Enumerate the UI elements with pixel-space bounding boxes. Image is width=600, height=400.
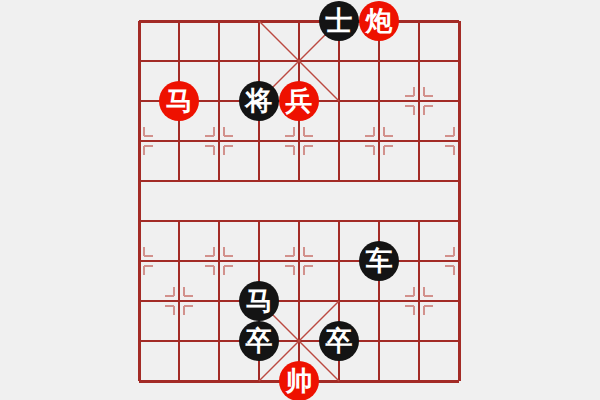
intersection-2-9[interactable]: [199, 361, 239, 400]
piece-red-cannon[interactable]: 炮: [359, 1, 399, 41]
piece-red-horse[interactable]: 马: [159, 81, 199, 121]
intersection-5-7[interactable]: [319, 281, 359, 321]
intersection-0-7[interactable]: [119, 281, 159, 321]
intersection-5-5[interactable]: [319, 201, 359, 241]
piece-black-advisor[interactable]: 士: [319, 1, 359, 41]
intersection-3-3[interactable]: [239, 121, 279, 161]
piece-black-soldier[interactable]: 卒: [319, 321, 359, 361]
intersection-2-6[interactable]: [199, 241, 239, 281]
intersection-6-5[interactable]: [359, 201, 399, 241]
intersection-1-7[interactable]: [159, 281, 199, 321]
intersection-7-6[interactable]: [399, 241, 439, 281]
intersection-0-2[interactable]: [119, 81, 159, 121]
intersection-2-8[interactable]: [199, 321, 239, 361]
intersection-8-0[interactable]: [439, 1, 479, 41]
intersection-1-4[interactable]: [159, 161, 199, 201]
piece-red-general[interactable]: 帅: [279, 361, 319, 400]
intersection-2-7[interactable]: [199, 281, 239, 321]
intersection-7-7[interactable]: [399, 281, 439, 321]
intersection-7-4[interactable]: [399, 161, 439, 201]
intersection-5-3[interactable]: [319, 121, 359, 161]
piece-black-soldier[interactable]: 卒: [239, 321, 279, 361]
intersection-6-3[interactable]: [359, 121, 399, 161]
intersection-1-0[interactable]: [159, 1, 199, 41]
intersection-8-3[interactable]: [439, 121, 479, 161]
intersection-1-9[interactable]: [159, 361, 199, 400]
intersection-4-3[interactable]: [279, 121, 319, 161]
intersection-6-4[interactable]: [359, 161, 399, 201]
intersection-7-1[interactable]: [399, 41, 439, 81]
piece-red-soldier[interactable]: 兵: [279, 81, 319, 121]
intersection-0-9[interactable]: [119, 361, 159, 400]
intersection-6-8[interactable]: [359, 321, 399, 361]
intersection-8-6[interactable]: [439, 241, 479, 281]
intersection-0-1[interactable]: [119, 41, 159, 81]
intersection-3-5[interactable]: [239, 201, 279, 241]
intersection-7-5[interactable]: [399, 201, 439, 241]
intersection-7-9[interactable]: [399, 361, 439, 400]
intersection-0-5[interactable]: [119, 201, 159, 241]
intersection-2-4[interactable]: [199, 161, 239, 201]
piece-black-chariot[interactable]: 车: [359, 241, 399, 281]
piece-black-general[interactable]: 将: [239, 81, 279, 121]
intersection-5-9[interactable]: [319, 361, 359, 400]
intersection-0-8[interactable]: [119, 321, 159, 361]
intersection-5-4[interactable]: [319, 161, 359, 201]
intersection-7-2[interactable]: [399, 81, 439, 121]
intersection-8-4[interactable]: [439, 161, 479, 201]
intersection-3-4[interactable]: [239, 161, 279, 201]
intersection-3-9[interactable]: [239, 361, 279, 400]
intersection-3-1[interactable]: [239, 41, 279, 81]
intersection-2-0[interactable]: [199, 1, 239, 41]
intersection-2-5[interactable]: [199, 201, 239, 241]
intersection-1-5[interactable]: [159, 201, 199, 241]
intersection-4-8[interactable]: [279, 321, 319, 361]
board-intersections: [119, 1, 479, 400]
intersection-4-7[interactable]: [279, 281, 319, 321]
intersection-2-2[interactable]: [199, 81, 239, 121]
intersection-7-0[interactable]: [399, 1, 439, 41]
intersection-6-2[interactable]: [359, 81, 399, 121]
intersection-0-4[interactable]: [119, 161, 159, 201]
intersection-8-5[interactable]: [439, 201, 479, 241]
intersection-1-3[interactable]: [159, 121, 199, 161]
intersection-7-8[interactable]: [399, 321, 439, 361]
intersection-0-0[interactable]: [119, 1, 159, 41]
intersection-3-0[interactable]: [239, 1, 279, 41]
intersection-8-9[interactable]: [439, 361, 479, 400]
intersection-5-6[interactable]: [319, 241, 359, 281]
intersection-2-1[interactable]: [199, 41, 239, 81]
intersection-6-1[interactable]: [359, 41, 399, 81]
intersection-0-6[interactable]: [119, 241, 159, 281]
intersection-4-5[interactable]: [279, 201, 319, 241]
piece-black-horse[interactable]: 马: [239, 281, 279, 321]
intersection-4-6[interactable]: [279, 241, 319, 281]
intersection-1-6[interactable]: [159, 241, 199, 281]
intersection-8-1[interactable]: [439, 41, 479, 81]
intersection-4-0[interactable]: [279, 1, 319, 41]
xiangqi-board: 士炮马将兵车马卒卒帅: [0, 0, 600, 400]
intersection-4-4[interactable]: [279, 161, 319, 201]
intersection-5-1[interactable]: [319, 41, 359, 81]
intersection-1-8[interactable]: [159, 321, 199, 361]
intersection-3-6[interactable]: [239, 241, 279, 281]
intersection-1-1[interactable]: [159, 41, 199, 81]
intersection-6-7[interactable]: [359, 281, 399, 321]
intersection-4-1[interactable]: [279, 41, 319, 81]
intersection-6-9[interactable]: [359, 361, 399, 400]
intersection-7-3[interactable]: [399, 121, 439, 161]
intersection-5-2[interactable]: [319, 81, 359, 121]
intersection-8-2[interactable]: [439, 81, 479, 121]
intersection-2-3[interactable]: [199, 121, 239, 161]
intersection-8-7[interactable]: [439, 281, 479, 321]
intersection-8-8[interactable]: [439, 321, 479, 361]
intersection-0-3[interactable]: [119, 121, 159, 161]
